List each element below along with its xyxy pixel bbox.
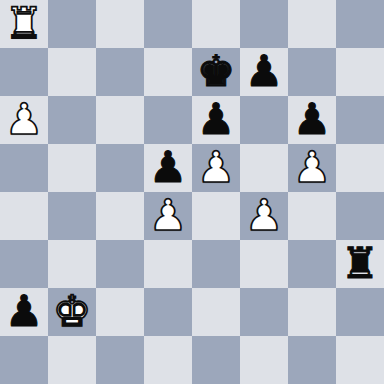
black-pawn-e6[interactable]: ♟ — [197, 95, 236, 143]
square-b8[interactable] — [48, 0, 96, 48]
square-f2[interactable] — [240, 288, 288, 336]
square-a8[interactable]: ♜ — [0, 0, 48, 48]
white-pawn-e5[interactable]: ♟ — [197, 143, 236, 191]
square-f4[interactable]: ♟ — [240, 192, 288, 240]
square-h4[interactable] — [336, 192, 384, 240]
square-h2[interactable] — [336, 288, 384, 336]
square-d8[interactable] — [144, 0, 192, 48]
square-f7[interactable]: ♟ — [240, 48, 288, 96]
black-pawn-f7[interactable]: ♟ — [245, 47, 284, 95]
square-d3[interactable] — [144, 240, 192, 288]
square-c4[interactable] — [96, 192, 144, 240]
white-pawn-f4[interactable]: ♟ — [245, 191, 284, 239]
square-c3[interactable] — [96, 240, 144, 288]
square-e6[interactable]: ♟ — [192, 96, 240, 144]
square-h3[interactable]: ♜ — [336, 240, 384, 288]
square-c8[interactable] — [96, 0, 144, 48]
square-g6[interactable]: ♟ — [288, 96, 336, 144]
square-a7[interactable] — [0, 48, 48, 96]
square-c5[interactable] — [96, 144, 144, 192]
square-g4[interactable] — [288, 192, 336, 240]
white-pawn-d4[interactable]: ♟ — [149, 191, 188, 239]
square-b1[interactable] — [48, 336, 96, 384]
square-a3[interactable] — [0, 240, 48, 288]
square-e2[interactable] — [192, 288, 240, 336]
white-pawn-g5[interactable]: ♟ — [293, 143, 332, 191]
white-king-b2[interactable]: ♚ — [53, 287, 92, 335]
square-d4[interactable]: ♟ — [144, 192, 192, 240]
square-e1[interactable] — [192, 336, 240, 384]
square-a5[interactable] — [0, 144, 48, 192]
white-rook-a8[interactable]: ♜ — [5, 0, 44, 47]
square-b2[interactable]: ♚ — [48, 288, 96, 336]
black-pawn-d5[interactable]: ♟ — [149, 143, 188, 191]
chess-board: ♜♚♟♟♟♟♟♟♟♟♟♜♟♚ — [0, 0, 384, 384]
square-f3[interactable] — [240, 240, 288, 288]
square-f1[interactable] — [240, 336, 288, 384]
square-d6[interactable] — [144, 96, 192, 144]
square-g3[interactable] — [288, 240, 336, 288]
square-c2[interactable] — [96, 288, 144, 336]
square-b5[interactable] — [48, 144, 96, 192]
square-g1[interactable] — [288, 336, 336, 384]
square-g8[interactable] — [288, 0, 336, 48]
square-a4[interactable] — [0, 192, 48, 240]
square-e7[interactable]: ♚ — [192, 48, 240, 96]
square-b7[interactable] — [48, 48, 96, 96]
square-g2[interactable] — [288, 288, 336, 336]
square-c6[interactable] — [96, 96, 144, 144]
square-g5[interactable]: ♟ — [288, 144, 336, 192]
square-a2[interactable]: ♟ — [0, 288, 48, 336]
square-c7[interactable] — [96, 48, 144, 96]
square-h8[interactable] — [336, 0, 384, 48]
square-b6[interactable] — [48, 96, 96, 144]
square-h7[interactable] — [336, 48, 384, 96]
square-d7[interactable] — [144, 48, 192, 96]
square-e8[interactable] — [192, 0, 240, 48]
square-b4[interactable] — [48, 192, 96, 240]
square-a6[interactable]: ♟ — [0, 96, 48, 144]
square-e5[interactable]: ♟ — [192, 144, 240, 192]
square-d5[interactable]: ♟ — [144, 144, 192, 192]
black-rook-h3[interactable]: ♜ — [341, 239, 380, 287]
square-f8[interactable] — [240, 0, 288, 48]
square-e3[interactable] — [192, 240, 240, 288]
square-b3[interactable] — [48, 240, 96, 288]
square-c1[interactable] — [96, 336, 144, 384]
square-h5[interactable] — [336, 144, 384, 192]
black-pawn-g6[interactable]: ♟ — [293, 95, 332, 143]
square-f6[interactable] — [240, 96, 288, 144]
square-h6[interactable] — [336, 96, 384, 144]
square-h1[interactable] — [336, 336, 384, 384]
square-e4[interactable] — [192, 192, 240, 240]
square-a1[interactable] — [0, 336, 48, 384]
black-pawn-a2[interactable]: ♟ — [5, 287, 44, 335]
black-king-e7[interactable]: ♚ — [197, 47, 236, 95]
square-d2[interactable] — [144, 288, 192, 336]
square-f5[interactable] — [240, 144, 288, 192]
square-d1[interactable] — [144, 336, 192, 384]
square-g7[interactable] — [288, 48, 336, 96]
white-pawn-a6[interactable]: ♟ — [5, 95, 44, 143]
